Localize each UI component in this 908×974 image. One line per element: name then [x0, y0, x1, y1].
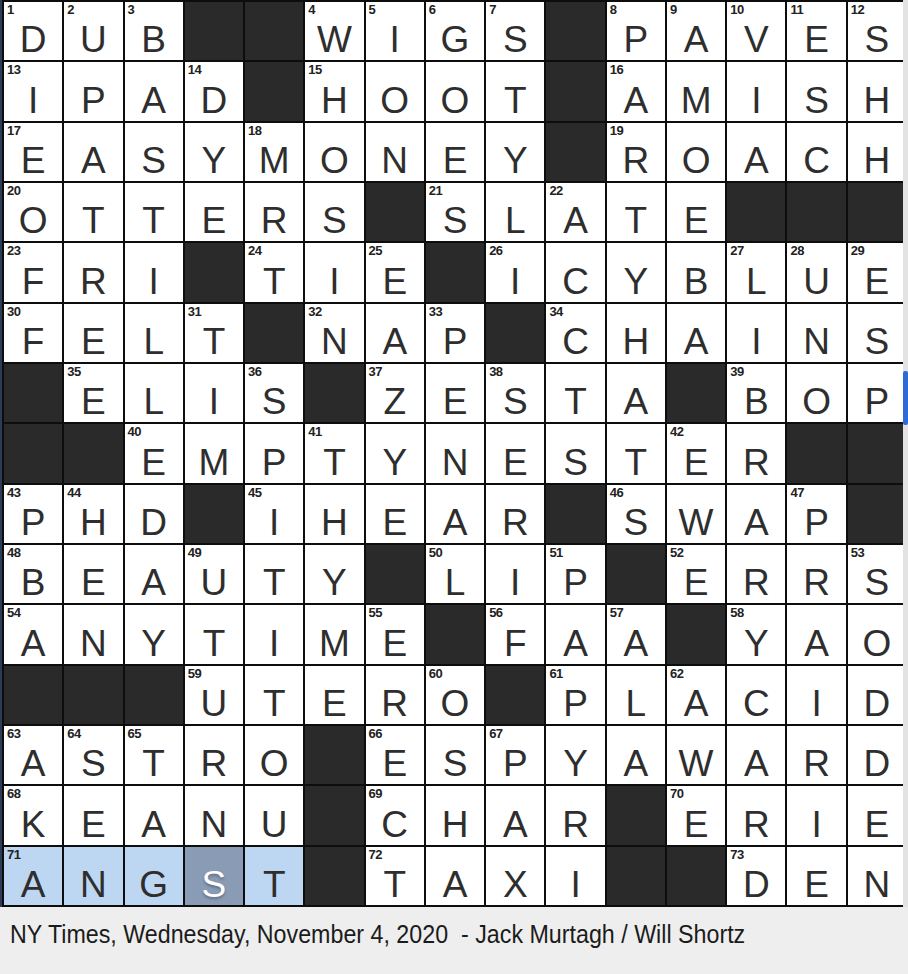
- clue-number-9: 9: [670, 3, 677, 17]
- cell-r13c5[interactable]: O: [245, 726, 303, 784]
- cell-letter: A: [546, 202, 604, 239]
- cell-r12c5[interactable]: T: [245, 666, 303, 724]
- cell-r7c9[interactable]: 38S: [486, 364, 544, 422]
- black-cell-r8c15: [848, 424, 906, 482]
- cell-r10c2[interactable]: E: [64, 545, 122, 603]
- cell-r15c15[interactable]: N: [848, 847, 906, 905]
- cell-r4c4[interactable]: E: [185, 183, 243, 241]
- cell-r3c3[interactable]: S: [125, 123, 183, 181]
- cell-r1c12[interactable]: 9A: [667, 2, 725, 60]
- cell-letter: R: [245, 202, 303, 239]
- black-cell-r12c9: [486, 666, 544, 724]
- cell-letter: A: [607, 383, 665, 420]
- cell-r4c12[interactable]: E: [667, 183, 725, 241]
- cell-letter: S: [486, 21, 544, 58]
- cell-r8c7[interactable]: Y: [366, 424, 424, 482]
- cell-r3c12[interactable]: O: [667, 123, 725, 181]
- clue-number-1: 1: [7, 3, 14, 17]
- cell-r2c14[interactable]: S: [787, 62, 845, 120]
- cell-letter: I: [245, 504, 303, 541]
- cell-letter: E: [667, 202, 725, 239]
- clue-number-37: 37: [369, 365, 382, 379]
- cell-r12c10[interactable]: 61P: [546, 666, 604, 724]
- cell-r1c2[interactable]: 2U: [64, 2, 122, 60]
- clue-number-50: 50: [429, 546, 442, 560]
- cell-letter: D: [185, 82, 243, 119]
- cell-r12c7[interactable]: R: [366, 666, 424, 724]
- cell-r2c3[interactable]: A: [125, 62, 183, 120]
- clue-number-69: 69: [369, 787, 382, 801]
- cell-r6c2[interactable]: E: [64, 304, 122, 362]
- cell-letter: E: [787, 21, 845, 58]
- cell-r3c7[interactable]: N: [366, 123, 424, 181]
- cell-r15c3[interactable]: G: [125, 847, 183, 905]
- cell-r6c6[interactable]: 32N: [305, 304, 363, 362]
- cell-r7c5[interactable]: 36S: [245, 364, 303, 422]
- cell-r10c3[interactable]: A: [125, 545, 183, 603]
- clue-number-36: 36: [248, 365, 261, 379]
- cell-letter: S: [787, 82, 845, 119]
- cell-r8c9[interactable]: E: [486, 424, 544, 482]
- cell-r15c5[interactable]: T: [245, 847, 303, 905]
- cell-r12c15[interactable]: D: [848, 666, 906, 724]
- cell-letter: I: [546, 866, 604, 903]
- clue-number-16: 16: [610, 63, 623, 77]
- cell-r1c13[interactable]: 10V: [727, 2, 785, 60]
- cell-r5c12[interactable]: B: [667, 243, 725, 301]
- cell-r9c3[interactable]: D: [125, 485, 183, 543]
- cell-r3c8[interactable]: E: [426, 123, 484, 181]
- cell-r9c2[interactable]: 44H: [64, 485, 122, 543]
- cell-letter: P: [787, 504, 845, 541]
- cell-letter: E: [366, 263, 424, 300]
- cell-r9c8[interactable]: A: [426, 485, 484, 543]
- cell-r7c8[interactable]: E: [426, 364, 484, 422]
- cell-r9c11[interactable]: 46S: [607, 485, 665, 543]
- cell-r6c3[interactable]: L: [125, 304, 183, 362]
- cell-r13c8[interactable]: S: [426, 726, 484, 784]
- cell-r5c2[interactable]: R: [64, 243, 122, 301]
- cell-r8c13[interactable]: R: [727, 424, 785, 482]
- cell-r3c5[interactable]: 18M: [245, 123, 303, 181]
- clue-number-52: 52: [670, 546, 683, 560]
- cell-letter: E: [848, 263, 906, 300]
- cell-letter: B: [125, 21, 183, 58]
- cell-r10c9[interactable]: I: [486, 545, 544, 603]
- cell-letter: P: [4, 504, 62, 541]
- cell-r11c1[interactable]: 54A: [4, 605, 62, 663]
- cell-r14c1[interactable]: 68K: [4, 786, 62, 844]
- cell-r12c11[interactable]: L: [607, 666, 665, 724]
- cell-r10c5[interactable]: T: [245, 545, 303, 603]
- cell-letter: E: [486, 444, 544, 481]
- cell-letter: A: [125, 564, 183, 601]
- cell-r5c13[interactable]: 27L: [727, 243, 785, 301]
- cell-r14c12[interactable]: 70E: [667, 786, 725, 844]
- cell-letter: P: [546, 564, 604, 601]
- cell-r12c12[interactable]: 62A: [667, 666, 725, 724]
- cell-r11c9[interactable]: 56F: [486, 605, 544, 663]
- cell-letter: H: [607, 323, 665, 360]
- cell-r1c7[interactable]: 5I: [366, 2, 424, 60]
- cell-r4c9[interactable]: L: [486, 183, 544, 241]
- cell-r6c8[interactable]: 33P: [426, 304, 484, 362]
- black-cell-r15c12: [667, 847, 725, 905]
- cell-r1c15[interactable]: 12S: [848, 2, 906, 60]
- cell-r11c7[interactable]: 55E: [366, 605, 424, 663]
- cell-r1c8[interactable]: 6G: [426, 2, 484, 60]
- cell-r7c4[interactable]: I: [185, 364, 243, 422]
- black-cell-r7c6: [305, 364, 363, 422]
- cell-r14c13[interactable]: R: [727, 786, 785, 844]
- scrollbar-thumb[interactable]: [903, 371, 908, 425]
- black-cell-r6c9: [486, 304, 544, 362]
- cell-r9c13[interactable]: A: [727, 485, 785, 543]
- cell-r6c10[interactable]: 34C: [546, 304, 604, 362]
- cell-r7c7[interactable]: 37Z: [366, 364, 424, 422]
- cell-r13c3[interactable]: 65T: [125, 726, 183, 784]
- cell-r3c1[interactable]: 17E: [4, 123, 62, 181]
- cell-r13c4[interactable]: R: [185, 726, 243, 784]
- cell-letter: A: [607, 745, 665, 782]
- cell-r5c1[interactable]: 23F: [4, 243, 62, 301]
- cell-r2c6[interactable]: 15H: [305, 62, 363, 120]
- cell-letter: R: [727, 806, 785, 843]
- scrollbar-track[interactable]: [903, 0, 908, 907]
- clue-number-10: 10: [730, 3, 743, 17]
- black-cell-r5c4: [185, 243, 243, 301]
- cell-r3c4[interactable]: Y: [185, 123, 243, 181]
- cell-r8c6[interactable]: 41T: [305, 424, 363, 482]
- cell-letter: A: [486, 806, 544, 843]
- cell-r10c14[interactable]: R: [787, 545, 845, 603]
- cell-r15c7[interactable]: 72T: [366, 847, 424, 905]
- cell-letter: R: [787, 564, 845, 601]
- cell-r6c4[interactable]: 31T: [185, 304, 243, 362]
- clue-number-62: 62: [670, 667, 683, 681]
- cell-letter: C: [727, 685, 785, 722]
- cell-r10c12[interactable]: 52E: [667, 545, 725, 603]
- cell-letter: T: [125, 202, 183, 239]
- cell-letter: I: [486, 263, 544, 300]
- cell-r10c10[interactable]: 51P: [546, 545, 604, 603]
- cell-letter: Y: [366, 444, 424, 481]
- cell-r13c10[interactable]: Y: [546, 726, 604, 784]
- cell-r15c8[interactable]: A: [426, 847, 484, 905]
- clue-number-15: 15: [308, 63, 321, 77]
- cell-r12c14[interactable]: I: [787, 666, 845, 724]
- clue-number-2: 2: [67, 3, 74, 17]
- cell-r2c1[interactable]: 13I: [4, 62, 62, 120]
- cell-r2c7[interactable]: O: [366, 62, 424, 120]
- cell-r12c6[interactable]: E: [305, 666, 363, 724]
- cell-r6c7[interactable]: A: [366, 304, 424, 362]
- cell-r15c1[interactable]: 71A: [4, 847, 62, 905]
- cell-r4c6[interactable]: S: [305, 183, 363, 241]
- cell-r9c7[interactable]: E: [366, 485, 424, 543]
- cell-letter: I: [787, 685, 845, 722]
- cell-r15c13[interactable]: 73D: [727, 847, 785, 905]
- cell-letter: S: [64, 745, 122, 782]
- cell-r2c13[interactable]: I: [727, 62, 785, 120]
- cell-r5c3[interactable]: I: [125, 243, 183, 301]
- cell-r14c2[interactable]: E: [64, 786, 122, 844]
- cell-r7c11[interactable]: A: [607, 364, 665, 422]
- cell-letter: E: [667, 444, 725, 481]
- cell-r7c2[interactable]: 35E: [64, 364, 122, 422]
- black-cell-r7c1: [4, 364, 62, 422]
- clue-number-28: 28: [790, 244, 803, 258]
- cell-r2c8[interactable]: O: [426, 62, 484, 120]
- black-cell-r4c13: [727, 183, 785, 241]
- cell-r14c3[interactable]: A: [125, 786, 183, 844]
- cell-letter: P: [546, 685, 604, 722]
- cell-r1c11[interactable]: 8P: [607, 2, 665, 60]
- window-edge: [0, 0, 2, 907]
- cell-r13c12[interactable]: W: [667, 726, 725, 784]
- cell-r5c5[interactable]: 24T: [245, 243, 303, 301]
- cell-letter: Y: [185, 142, 243, 179]
- cell-letter: E: [64, 383, 122, 420]
- cell-r14c10[interactable]: R: [546, 786, 604, 844]
- cell-r3c9[interactable]: Y: [486, 123, 544, 181]
- cell-r7c14[interactable]: O: [787, 364, 845, 422]
- cell-r1c6[interactable]: 4W: [305, 2, 363, 60]
- cell-r12c8[interactable]: 60O: [426, 666, 484, 724]
- cell-r8c3[interactable]: 40E: [125, 424, 183, 482]
- cell-r11c15[interactable]: O: [848, 605, 906, 663]
- cell-letter: L: [486, 202, 544, 239]
- cell-r11c4[interactable]: T: [185, 605, 243, 663]
- cell-letter: A: [426, 504, 484, 541]
- cell-r5c15[interactable]: 29E: [848, 243, 906, 301]
- cell-r13c15[interactable]: D: [848, 726, 906, 784]
- black-cell-r1c10: [546, 2, 604, 60]
- cell-r4c1[interactable]: 20O: [4, 183, 62, 241]
- cell-r8c4[interactable]: M: [185, 424, 243, 482]
- cell-r11c14[interactable]: A: [787, 605, 845, 663]
- cell-r13c9[interactable]: 67P: [486, 726, 544, 784]
- cell-r13c14[interactable]: R: [787, 726, 845, 784]
- cell-r2c15[interactable]: H: [848, 62, 906, 120]
- cell-r14c7[interactable]: 69C: [366, 786, 424, 844]
- cell-r8c8[interactable]: N: [426, 424, 484, 482]
- cell-r15c10[interactable]: I: [546, 847, 604, 905]
- cell-r5c6[interactable]: I: [305, 243, 363, 301]
- cell-r5c9[interactable]: 26I: [486, 243, 544, 301]
- cell-letter: T: [185, 625, 243, 662]
- cell-r5c11[interactable]: Y: [607, 243, 665, 301]
- cell-letter: A: [64, 142, 122, 179]
- cell-r5c7[interactable]: 25E: [366, 243, 424, 301]
- cell-letter: E: [64, 323, 122, 360]
- cell-r3c6[interactable]: O: [305, 123, 363, 181]
- cell-letter: P: [486, 745, 544, 782]
- cell-letter: T: [546, 383, 604, 420]
- cell-r10c4[interactable]: 49U: [185, 545, 243, 603]
- cell-letter: I: [305, 263, 363, 300]
- cell-r11c5[interactable]: I: [245, 605, 303, 663]
- cell-r1c14[interactable]: 11E: [787, 2, 845, 60]
- cell-r11c13[interactable]: 58Y: [727, 605, 785, 663]
- clue-number-40: 40: [128, 425, 141, 439]
- cell-r15c14[interactable]: E: [787, 847, 845, 905]
- cell-r13c11[interactable]: A: [607, 726, 665, 784]
- cell-letter: E: [787, 866, 845, 903]
- cell-letter: T: [607, 202, 665, 239]
- cell-letter: I: [787, 806, 845, 843]
- cell-r4c10[interactable]: 22A: [546, 183, 604, 241]
- cell-r11c10[interactable]: A: [546, 605, 604, 663]
- cell-r6c1[interactable]: 30F: [4, 304, 62, 362]
- cell-r1c9[interactable]: 7S: [486, 2, 544, 60]
- black-cell-r10c7: [366, 545, 424, 603]
- cell-r5c14[interactable]: 28U: [787, 243, 845, 301]
- clue-number-8: 8: [610, 3, 617, 17]
- cell-r8c5[interactable]: P: [245, 424, 303, 482]
- cell-r15c2[interactable]: N: [64, 847, 122, 905]
- cell-letter: S: [486, 383, 544, 420]
- cell-letter: M: [305, 625, 363, 662]
- cell-r14c5[interactable]: U: [245, 786, 303, 844]
- clue-number-13: 13: [7, 63, 20, 77]
- cell-r6c11[interactable]: H: [607, 304, 665, 362]
- cell-r14c9[interactable]: A: [486, 786, 544, 844]
- cell-r4c5[interactable]: R: [245, 183, 303, 241]
- cell-r14c15[interactable]: E: [848, 786, 906, 844]
- cell-r4c3[interactable]: T: [125, 183, 183, 241]
- clue-number-39: 39: [730, 365, 743, 379]
- black-cell-r8c1: [4, 424, 62, 482]
- cell-r11c2[interactable]: N: [64, 605, 122, 663]
- cell-letter: U: [185, 564, 243, 601]
- black-cell-r2c10: [546, 62, 604, 120]
- cell-r6c12[interactable]: A: [667, 304, 725, 362]
- black-cell-r15c11: [607, 847, 665, 905]
- cell-letter: F: [486, 625, 544, 662]
- cell-r6c14[interactable]: N: [787, 304, 845, 362]
- cell-r11c6[interactable]: M: [305, 605, 363, 663]
- black-cell-r11c12: [667, 605, 725, 663]
- clue-number-34: 34: [549, 305, 562, 319]
- clue-number-72: 72: [369, 848, 382, 862]
- cell-r1c3[interactable]: 3B: [125, 2, 183, 60]
- cell-letter: E: [366, 504, 424, 541]
- cell-r15c9[interactable]: X: [486, 847, 544, 905]
- cell-r11c11[interactable]: 57A: [607, 605, 665, 663]
- cell-letter: A: [4, 866, 62, 903]
- cell-r9c6[interactable]: H: [305, 485, 363, 543]
- cell-r13c2[interactable]: 64S: [64, 726, 122, 784]
- cell-r13c13[interactable]: A: [727, 726, 785, 784]
- cell-letter: K: [4, 806, 62, 843]
- cell-r11c3[interactable]: Y: [125, 605, 183, 663]
- cell-letter: I: [366, 21, 424, 58]
- cell-r10c6[interactable]: Y: [305, 545, 363, 603]
- cell-letter: A: [607, 82, 665, 119]
- clue-number-57: 57: [610, 606, 623, 620]
- cell-r10c15[interactable]: 53S: [848, 545, 906, 603]
- cell-r9c14[interactable]: 47P: [787, 485, 845, 543]
- cell-r3c14[interactable]: C: [787, 123, 845, 181]
- cell-letter: D: [727, 866, 785, 903]
- cell-r1c1[interactable]: 1D: [4, 2, 62, 60]
- cell-r14c14[interactable]: I: [787, 786, 845, 844]
- cell-r3c13[interactable]: A: [727, 123, 785, 181]
- cell-letter: C: [546, 263, 604, 300]
- clue-number-60: 60: [429, 667, 442, 681]
- cell-letter: S: [426, 202, 484, 239]
- clue-number-63: 63: [7, 727, 20, 741]
- cell-letter: Y: [546, 745, 604, 782]
- cell-r8c12[interactable]: 42E: [667, 424, 725, 482]
- cell-r13c7[interactable]: 66E: [366, 726, 424, 784]
- cell-letter: M: [185, 444, 243, 481]
- cell-letter: Y: [125, 625, 183, 662]
- cell-r9c5[interactable]: 45I: [245, 485, 303, 543]
- cell-r12c4[interactable]: 59U: [185, 666, 243, 724]
- cell-letter: I: [4, 82, 62, 119]
- cell-r15c4[interactable]: S: [185, 847, 243, 905]
- cell-letter: H: [848, 82, 906, 119]
- cell-r12c13[interactable]: C: [727, 666, 785, 724]
- cell-letter: A: [125, 82, 183, 119]
- cell-r7c15[interactable]: P: [848, 364, 906, 422]
- cell-r4c2[interactable]: T: [64, 183, 122, 241]
- cell-r8c10[interactable]: S: [546, 424, 604, 482]
- cell-r9c1[interactable]: 43P: [4, 485, 62, 543]
- cell-r10c8[interactable]: 50L: [426, 545, 484, 603]
- cell-r5c10[interactable]: C: [546, 243, 604, 301]
- cell-r7c10[interactable]: T: [546, 364, 604, 422]
- cell-r10c13[interactable]: R: [727, 545, 785, 603]
- cell-r7c3[interactable]: L: [125, 364, 183, 422]
- cell-r7c13[interactable]: 39B: [727, 364, 785, 422]
- cell-r3c2[interactable]: A: [64, 123, 122, 181]
- cell-r4c11[interactable]: T: [607, 183, 665, 241]
- cell-r10c1[interactable]: 48B: [4, 545, 62, 603]
- clue-number-56: 56: [489, 606, 502, 620]
- cell-letter: N: [787, 323, 845, 360]
- cell-r6c15[interactable]: S: [848, 304, 906, 362]
- cell-letter: L: [607, 685, 665, 722]
- cell-letter: A: [667, 21, 725, 58]
- clue-number-23: 23: [7, 244, 20, 258]
- cell-letter: U: [245, 806, 303, 843]
- cell-r2c9[interactable]: T: [486, 62, 544, 120]
- cell-r3c11[interactable]: 19R: [607, 123, 665, 181]
- cell-r3c15[interactable]: H: [848, 123, 906, 181]
- cell-letter: A: [787, 625, 845, 662]
- cell-r2c4[interactable]: 14D: [185, 62, 243, 120]
- cell-r8c11[interactable]: T: [607, 424, 665, 482]
- cell-r2c11[interactable]: 16A: [607, 62, 665, 120]
- cell-letter: S: [125, 142, 183, 179]
- black-cell-r8c14: [787, 424, 845, 482]
- cell-r14c4[interactable]: N: [185, 786, 243, 844]
- black-cell-r10c11: [607, 545, 665, 603]
- cell-r9c9[interactable]: R: [486, 485, 544, 543]
- cell-r6c13[interactable]: I: [727, 304, 785, 362]
- cell-r2c12[interactable]: M: [667, 62, 725, 120]
- cell-letter: E: [426, 383, 484, 420]
- cell-r13c1[interactable]: 63A: [4, 726, 62, 784]
- cell-r9c12[interactable]: W: [667, 485, 725, 543]
- cell-r14c8[interactable]: H: [426, 786, 484, 844]
- cell-letter: I: [486, 564, 544, 601]
- cell-r4c8[interactable]: 21S: [426, 183, 484, 241]
- cell-r2c2[interactable]: P: [64, 62, 122, 120]
